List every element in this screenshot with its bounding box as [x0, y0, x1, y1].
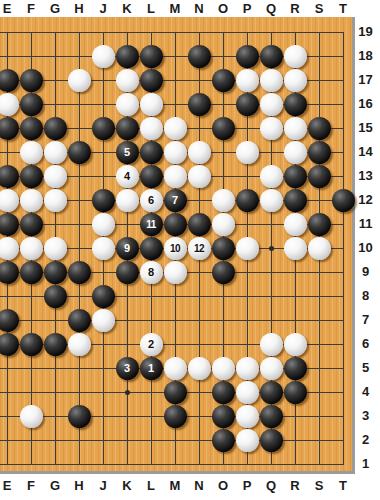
intersection-H14[interactable]: [67, 140, 91, 164]
intersection-Q3[interactable]: [259, 404, 283, 428]
intersection-N9[interactable]: [187, 260, 211, 284]
intersection-J2[interactable]: [91, 428, 115, 452]
intersection-N5[interactable]: [187, 356, 211, 380]
intersection-P18[interactable]: [235, 44, 259, 68]
intersection-K13[interactable]: 4: [115, 164, 139, 188]
intersection-G10[interactable]: [43, 236, 67, 260]
intersection-J8[interactable]: [91, 284, 115, 308]
intersection-K15[interactable]: [115, 116, 139, 140]
intersection-E19[interactable]: [0, 20, 19, 44]
intersection-G11[interactable]: [43, 212, 67, 236]
intersection-P7[interactable]: [235, 308, 259, 332]
intersection-R19[interactable]: [283, 20, 307, 44]
intersection-G5[interactable]: [43, 356, 67, 380]
intersection-R13[interactable]: [283, 164, 307, 188]
intersection-P12[interactable]: [235, 188, 259, 212]
intersection-P5[interactable]: [235, 356, 259, 380]
intersection-F6[interactable]: [19, 332, 43, 356]
white-stone-N5: [188, 357, 211, 380]
intersection-O4[interactable]: [211, 380, 235, 404]
intersection-K3[interactable]: [115, 404, 139, 428]
intersection-S2[interactable]: [307, 428, 331, 452]
intersection-L3[interactable]: [139, 404, 163, 428]
intersection-S10[interactable]: [307, 236, 331, 260]
intersection-F15[interactable]: [19, 116, 43, 140]
intersection-L11[interactable]: 11: [139, 212, 163, 236]
white-stone-J11: [92, 213, 115, 236]
intersection-F19[interactable]: [19, 20, 43, 44]
intersection-J11[interactable]: [91, 212, 115, 236]
intersection-R10[interactable]: [283, 236, 307, 260]
bottom-coords-label-K: K: [115, 478, 139, 493]
intersection-J12[interactable]: [91, 188, 115, 212]
intersection-H2[interactable]: [67, 428, 91, 452]
intersection-N18[interactable]: [187, 44, 211, 68]
intersection-K8[interactable]: [115, 284, 139, 308]
intersection-L10[interactable]: [139, 236, 163, 260]
intersection-M12[interactable]: 7: [163, 188, 187, 212]
intersection-R8[interactable]: [283, 284, 307, 308]
intersection-F16[interactable]: [19, 92, 43, 116]
intersection-J10[interactable]: [91, 236, 115, 260]
intersection-R2[interactable]: [283, 428, 307, 452]
intersection-Q2[interactable]: [259, 428, 283, 452]
intersection-J1[interactable]: [91, 452, 115, 476]
intersection-H19[interactable]: [67, 20, 91, 44]
intersection-H17[interactable]: [67, 68, 91, 92]
intersection-Q16[interactable]: [259, 92, 283, 116]
intersection-L19[interactable]: [139, 20, 163, 44]
intersection-N4[interactable]: [187, 380, 211, 404]
intersection-P6[interactable]: [235, 332, 259, 356]
intersection-R16[interactable]: [283, 92, 307, 116]
intersection-F12[interactable]: [19, 188, 43, 212]
intersection-N11[interactable]: [187, 212, 211, 236]
intersection-G15[interactable]: [43, 116, 67, 140]
intersection-J19[interactable]: [91, 20, 115, 44]
intersection-K4[interactable]: [115, 380, 139, 404]
intersection-E1[interactable]: [0, 452, 19, 476]
intersection-F17[interactable]: [19, 68, 43, 92]
intersection-Q12[interactable]: [259, 188, 283, 212]
intersection-K18[interactable]: [115, 44, 139, 68]
intersection-G3[interactable]: [43, 404, 67, 428]
bottom-coords-label-Q: Q: [259, 478, 283, 493]
intersection-H13[interactable]: [67, 164, 91, 188]
intersection-M6[interactable]: [163, 332, 187, 356]
intersection-S12[interactable]: [307, 188, 331, 212]
intersection-N16[interactable]: [187, 92, 211, 116]
intersection-Q14[interactable]: [259, 140, 283, 164]
intersection-K19[interactable]: [115, 20, 139, 44]
intersection-O8[interactable]: [211, 284, 235, 308]
intersection-L15[interactable]: [139, 116, 163, 140]
intersection-O12[interactable]: [211, 188, 235, 212]
intersection-E18[interactable]: [0, 44, 19, 68]
intersection-N8[interactable]: [187, 284, 211, 308]
intersection-O7[interactable]: [211, 308, 235, 332]
intersection-S16[interactable]: [307, 92, 331, 116]
white-stone-Q15: [260, 117, 283, 140]
white-stone-M15: [164, 117, 187, 140]
black-stone-F6: [20, 333, 43, 356]
intersection-Q19[interactable]: [259, 20, 283, 44]
intersection-M17[interactable]: [163, 68, 187, 92]
white-stone-P14: [236, 141, 259, 164]
intersection-F1[interactable]: [19, 452, 43, 476]
intersection-N1[interactable]: [187, 452, 211, 476]
intersection-Q5[interactable]: [259, 356, 283, 380]
intersection-H10[interactable]: [67, 236, 91, 260]
intersection-S5[interactable]: [307, 356, 331, 380]
intersection-K6[interactable]: [115, 332, 139, 356]
black-stone-L14: [140, 141, 163, 164]
intersection-G8[interactable]: [43, 284, 67, 308]
intersection-L8[interactable]: [139, 284, 163, 308]
intersection-P3[interactable]: [235, 404, 259, 428]
intersection-T12[interactable]: [331, 188, 355, 212]
black-stone-K14: 5: [116, 141, 139, 164]
intersection-S1[interactable]: [307, 452, 331, 476]
intersection-K5[interactable]: 3: [115, 356, 139, 380]
intersection-G6[interactable]: [43, 332, 67, 356]
intersection-J4[interactable]: [91, 380, 115, 404]
intersection-P19[interactable]: [235, 20, 259, 44]
intersection-K11[interactable]: [115, 212, 139, 236]
intersection-E11[interactable]: [0, 212, 19, 236]
intersection-K7[interactable]: [115, 308, 139, 332]
intersection-J15[interactable]: [91, 116, 115, 140]
intersection-E12[interactable]: [0, 188, 19, 212]
intersection-G7[interactable]: [43, 308, 67, 332]
intersection-M4[interactable]: [163, 380, 187, 404]
intersection-L18[interactable]: [139, 44, 163, 68]
intersection-O9[interactable]: [211, 260, 235, 284]
white-stone-F10: [20, 237, 43, 260]
intersection-F8[interactable]: [19, 284, 43, 308]
intersection-P14[interactable]: [235, 140, 259, 164]
intersection-P17[interactable]: [235, 68, 259, 92]
intersection-M14[interactable]: [163, 140, 187, 164]
intersection-S6[interactable]: [307, 332, 331, 356]
intersection-N7[interactable]: [187, 308, 211, 332]
intersection-F18[interactable]: [19, 44, 43, 68]
intersection-O14[interactable]: [211, 140, 235, 164]
bottom-coords-label-P: P: [235, 478, 259, 493]
intersection-L7[interactable]: [139, 308, 163, 332]
right-label-17: 17: [352, 72, 379, 88]
intersection-R12[interactable]: [283, 188, 307, 212]
intersection-R6[interactable]: [283, 332, 307, 356]
intersection-H8[interactable]: [67, 284, 91, 308]
intersection-K10[interactable]: 9: [115, 236, 139, 260]
intersection-R9[interactable]: [283, 260, 307, 284]
intersection-N15[interactable]: [187, 116, 211, 140]
intersection-E14[interactable]: [0, 140, 19, 164]
intersection-O11[interactable]: [211, 212, 235, 236]
intersection-N6[interactable]: [187, 332, 211, 356]
intersection-P15[interactable]: [235, 116, 259, 140]
intersection-Q7[interactable]: [259, 308, 283, 332]
intersection-R17[interactable]: [283, 68, 307, 92]
intersection-M18[interactable]: [163, 44, 187, 68]
intersection-S17[interactable]: [307, 68, 331, 92]
intersection-G14[interactable]: [43, 140, 67, 164]
intersection-J17[interactable]: [91, 68, 115, 92]
intersection-K12[interactable]: [115, 188, 139, 212]
intersection-R4[interactable]: [283, 380, 307, 404]
right-label-18: 18: [352, 48, 379, 64]
intersection-Q13[interactable]: [259, 164, 283, 188]
intersection-L13[interactable]: [139, 164, 163, 188]
intersection-E5[interactable]: [0, 356, 19, 380]
intersection-O19[interactable]: [211, 20, 235, 44]
intersection-R7[interactable]: [283, 308, 307, 332]
intersection-M2[interactable]: [163, 428, 187, 452]
intersection-O2[interactable]: [211, 428, 235, 452]
intersection-E16[interactable]: [0, 92, 19, 116]
intersection-H12[interactable]: [67, 188, 91, 212]
intersection-L2[interactable]: [139, 428, 163, 452]
intersection-J9[interactable]: [91, 260, 115, 284]
right-label-11: 11: [352, 216, 379, 232]
intersection-E10[interactable]: [0, 236, 19, 260]
intersection-N14[interactable]: [187, 140, 211, 164]
intersection-J14[interactable]: [91, 140, 115, 164]
intersection-R1[interactable]: [283, 452, 307, 476]
white-stone-F12: [20, 189, 43, 212]
intersection-E4[interactable]: [0, 380, 19, 404]
intersection-J6[interactable]: [91, 332, 115, 356]
intersection-K9[interactable]: [115, 260, 139, 284]
intersection-M15[interactable]: [163, 116, 187, 140]
white-stone-P5: [236, 357, 259, 380]
intersection-Q10[interactable]: [259, 236, 283, 260]
intersection-M10[interactable]: 10: [163, 236, 187, 260]
intersection-R14[interactable]: [283, 140, 307, 164]
intersection-Q17[interactable]: [259, 68, 283, 92]
intersection-M19[interactable]: [163, 20, 187, 44]
intersection-G16[interactable]: [43, 92, 67, 116]
intersection-F5[interactable]: [19, 356, 43, 380]
intersection-E8[interactable]: [0, 284, 19, 308]
intersection-O1[interactable]: [211, 452, 235, 476]
intersection-G9[interactable]: [43, 260, 67, 284]
intersection-G4[interactable]: [43, 380, 67, 404]
intersection-Q18[interactable]: [259, 44, 283, 68]
intersection-O13[interactable]: [211, 164, 235, 188]
intersection-G13[interactable]: [43, 164, 67, 188]
intersection-M13[interactable]: [163, 164, 187, 188]
white-stone-P10: [236, 237, 259, 260]
intersection-N2[interactable]: [187, 428, 211, 452]
intersection-L9[interactable]: 8: [139, 260, 163, 284]
intersection-S11[interactable]: [307, 212, 331, 236]
intersection-E17[interactable]: [0, 68, 19, 92]
intersection-M7[interactable]: [163, 308, 187, 332]
intersection-Q4[interactable]: [259, 380, 283, 404]
move-number-4: 4: [116, 165, 139, 188]
intersection-L5[interactable]: 1: [139, 356, 163, 380]
intersection-R5[interactable]: [283, 356, 307, 380]
intersection-N12[interactable]: [187, 188, 211, 212]
intersection-L14[interactable]: [139, 140, 163, 164]
intersection-P9[interactable]: [235, 260, 259, 284]
intersection-F9[interactable]: [19, 260, 43, 284]
intersection-O3[interactable]: [211, 404, 235, 428]
intersection-G19[interactable]: [43, 20, 67, 44]
intersection-M1[interactable]: [163, 452, 187, 476]
intersection-H5[interactable]: [67, 356, 91, 380]
black-stone-S15: [308, 117, 331, 140]
intersection-O10[interactable]: [211, 236, 235, 260]
intersection-E7[interactable]: [0, 308, 19, 332]
intersection-E2[interactable]: [0, 428, 19, 452]
intersection-Q8[interactable]: [259, 284, 283, 308]
intersection-H9[interactable]: [67, 260, 91, 284]
intersection-N13[interactable]: [187, 164, 211, 188]
intersection-M3[interactable]: [163, 404, 187, 428]
black-stone-O15: [212, 117, 235, 140]
intersection-R15[interactable]: [283, 116, 307, 140]
intersection-P8[interactable]: [235, 284, 259, 308]
intersection-S18[interactable]: [307, 44, 331, 68]
intersection-E3[interactable]: [0, 404, 19, 428]
intersection-F10[interactable]: [19, 236, 43, 260]
intersection-J18[interactable]: [91, 44, 115, 68]
intersection-J16[interactable]: [91, 92, 115, 116]
intersection-K2[interactable]: [115, 428, 139, 452]
intersection-K1[interactable]: [115, 452, 139, 476]
intersection-F2[interactable]: [19, 428, 43, 452]
intersection-M16[interactable]: [163, 92, 187, 116]
intersection-S13[interactable]: [307, 164, 331, 188]
intersection-J5[interactable]: [91, 356, 115, 380]
intersection-S14[interactable]: [307, 140, 331, 164]
intersection-L1[interactable]: [139, 452, 163, 476]
intersection-H15[interactable]: [67, 116, 91, 140]
intersection-K14[interactable]: 5: [115, 140, 139, 164]
intersection-H16[interactable]: [67, 92, 91, 116]
intersection-L17[interactable]: [139, 68, 163, 92]
intersection-J13[interactable]: [91, 164, 115, 188]
intersection-L12[interactable]: 6: [139, 188, 163, 212]
intersection-L4[interactable]: [139, 380, 163, 404]
black-stone-M4: [164, 381, 187, 404]
intersection-F13[interactable]: [19, 164, 43, 188]
intersection-P4[interactable]: [235, 380, 259, 404]
intersection-S7[interactable]: [307, 308, 331, 332]
intersection-H7[interactable]: [67, 308, 91, 332]
intersection-P1[interactable]: [235, 452, 259, 476]
intersection-S3[interactable]: [307, 404, 331, 428]
intersection-P13[interactable]: [235, 164, 259, 188]
black-stone-M3: [164, 405, 187, 428]
intersection-F14[interactable]: [19, 140, 43, 164]
intersection-F4[interactable]: [19, 380, 43, 404]
white-stone-R10: [284, 237, 307, 260]
intersection-O16[interactable]: [211, 92, 235, 116]
black-stone-F15: [20, 117, 43, 140]
intersection-G1[interactable]: [43, 452, 67, 476]
intersection-O15[interactable]: [211, 116, 235, 140]
intersection-M11[interactable]: [163, 212, 187, 236]
intersection-G2[interactable]: [43, 428, 67, 452]
intersection-N17[interactable]: [187, 68, 211, 92]
intersection-F7[interactable]: [19, 308, 43, 332]
intersection-M9[interactable]: [163, 260, 187, 284]
intersection-K17[interactable]: [115, 68, 139, 92]
intersection-N10[interactable]: 12: [187, 236, 211, 260]
white-stone-K13: 4: [116, 165, 139, 188]
intersection-P11[interactable]: [235, 212, 259, 236]
intersection-P10[interactable]: [235, 236, 259, 260]
white-stone-N14: [188, 141, 211, 164]
white-stone-K16: [116, 93, 139, 116]
intersection-P16[interactable]: [235, 92, 259, 116]
intersection-Q11[interactable]: [259, 212, 283, 236]
intersection-S15[interactable]: [307, 116, 331, 140]
intersection-O5[interactable]: [211, 356, 235, 380]
intersection-L6[interactable]: 2: [139, 332, 163, 356]
top-coords-label-N: N: [187, 1, 211, 16]
intersection-H4[interactable]: [67, 380, 91, 404]
intersection-Q15[interactable]: [259, 116, 283, 140]
intersection-K16[interactable]: [115, 92, 139, 116]
intersection-R18[interactable]: [283, 44, 307, 68]
intersection-N19[interactable]: [187, 20, 211, 44]
intersection-Q1[interactable]: [259, 452, 283, 476]
black-stone-R4: [284, 381, 307, 404]
intersection-E9[interactable]: [0, 260, 19, 284]
black-stone-N16: [188, 93, 211, 116]
intersection-H6[interactable]: [67, 332, 91, 356]
intersection-Q6[interactable]: [259, 332, 283, 356]
intersection-E15[interactable]: [0, 116, 19, 140]
intersection-P2[interactable]: [235, 428, 259, 452]
intersection-M8[interactable]: [163, 284, 187, 308]
intersection-H11[interactable]: [67, 212, 91, 236]
intersection-L16[interactable]: [139, 92, 163, 116]
intersection-Q9[interactable]: [259, 260, 283, 284]
intersection-S8[interactable]: [307, 284, 331, 308]
intersection-S4[interactable]: [307, 380, 331, 404]
intersection-G18[interactable]: [43, 44, 67, 68]
intersection-N3[interactable]: [187, 404, 211, 428]
intersection-R11[interactable]: [283, 212, 307, 236]
white-stone-P17: [236, 69, 259, 92]
intersection-H1[interactable]: [67, 452, 91, 476]
intersection-H18[interactable]: [67, 44, 91, 68]
intersection-J7[interactable]: [91, 308, 115, 332]
intersection-F11[interactable]: [19, 212, 43, 236]
intersection-H3[interactable]: [67, 404, 91, 428]
intersection-S9[interactable]: [307, 260, 331, 284]
intersection-R3[interactable]: [283, 404, 307, 428]
intersection-S19[interactable]: [307, 20, 331, 44]
intersection-E13[interactable]: [0, 164, 19, 188]
intersection-O6[interactable]: [211, 332, 235, 356]
intersection-O17[interactable]: [211, 68, 235, 92]
intersection-E6[interactable]: [0, 332, 19, 356]
intersection-F3[interactable]: [19, 404, 43, 428]
intersection-O18[interactable]: [211, 44, 235, 68]
intersection-M5[interactable]: [163, 356, 187, 380]
intersection-G17[interactable]: [43, 68, 67, 92]
intersection-J3[interactable]: [91, 404, 115, 428]
intersection-G12[interactable]: [43, 188, 67, 212]
bottom-coords-label-F: F: [19, 478, 43, 493]
